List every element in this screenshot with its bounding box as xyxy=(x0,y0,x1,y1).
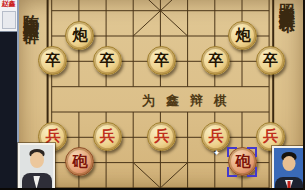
background-window-fragment: 赵鑫 xyxy=(0,0,17,32)
piece-black-卒-f2r3[interactable]: 卒 xyxy=(93,46,122,75)
portrait-right-player xyxy=(272,146,305,190)
piece-black-卒-f6r3[interactable]: 卒 xyxy=(201,46,230,75)
fragment-thumbnail xyxy=(2,11,16,29)
portrait-face xyxy=(283,156,296,171)
selection-marker xyxy=(227,147,257,177)
caption-left: 陈门立雪拙尔不群 xyxy=(24,1,41,17)
piece-black-卒-f8r3[interactable]: 卒 xyxy=(256,46,285,75)
portrait-face xyxy=(30,152,44,168)
caption-right: 照本宣科鑫罗棋布 xyxy=(280,0,297,6)
letterbox-bottom xyxy=(0,188,305,190)
xiangqi-board[interactable]: 为鑫辩棋 xyxy=(19,0,303,190)
portrait-left-player xyxy=(18,143,55,190)
letterbox-right xyxy=(303,0,305,190)
piece-red-兵-f2r6[interactable]: 兵 xyxy=(93,122,122,151)
fragment-label: 赵鑫 xyxy=(0,0,17,9)
piece-red-兵-f4r6[interactable]: 兵 xyxy=(147,122,176,151)
piece-black-卒-f4r3[interactable]: 卒 xyxy=(147,46,176,75)
background-window-strip: 赵鑫 xyxy=(0,0,19,190)
piece-black-炮-f1r2[interactable]: 炮 xyxy=(65,21,94,50)
river-text: 为鑫辩棋 xyxy=(117,92,255,110)
cursor-sparkle-icon: ✦ xyxy=(213,148,221,158)
piece-red-兵-f6r6[interactable]: 兵 xyxy=(201,122,230,151)
piece-black-炮-f7r2[interactable]: 炮 xyxy=(228,21,257,50)
piece-black-卒-f0r3[interactable]: 卒 xyxy=(38,46,67,75)
